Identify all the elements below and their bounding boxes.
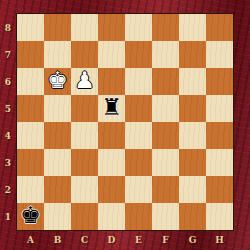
- square-c3[interactable]: [71, 149, 98, 176]
- square-d6[interactable]: [98, 68, 125, 95]
- square-c8[interactable]: [71, 14, 98, 41]
- square-e1[interactable]: [125, 203, 152, 230]
- square-f1[interactable]: [152, 203, 179, 230]
- square-f5[interactable]: [152, 95, 179, 122]
- square-b6[interactable]: ♚: [44, 68, 71, 95]
- square-b7[interactable]: [44, 41, 71, 68]
- square-c2[interactable]: [71, 176, 98, 203]
- black-king[interactable]: ♚: [20, 202, 41, 229]
- square-d3[interactable]: [98, 149, 125, 176]
- square-b4[interactable]: [44, 122, 71, 149]
- square-d5[interactable]: ♜: [98, 95, 125, 122]
- board: ♚♟♜♚: [16, 13, 234, 231]
- square-d7[interactable]: [98, 41, 125, 68]
- file-label-b: B: [44, 231, 71, 249]
- square-g8[interactable]: [179, 14, 206, 41]
- file-label-a: A: [17, 231, 44, 249]
- square-g7[interactable]: [179, 41, 206, 68]
- rank-label-1: 1: [0, 203, 16, 230]
- square-h7[interactable]: [206, 41, 233, 68]
- file-label-h: H: [206, 231, 233, 249]
- square-c6[interactable]: ♟: [71, 68, 98, 95]
- square-e8[interactable]: [125, 14, 152, 41]
- square-g3[interactable]: [179, 149, 206, 176]
- rank-label-3: 3: [0, 149, 16, 176]
- square-c5[interactable]: [71, 95, 98, 122]
- square-d1[interactable]: [98, 203, 125, 230]
- square-c4[interactable]: [71, 122, 98, 149]
- square-a4[interactable]: [17, 122, 44, 149]
- white-king[interactable]: ♚: [47, 67, 68, 94]
- square-e6[interactable]: [125, 68, 152, 95]
- rank-label-6: 6: [0, 68, 16, 95]
- square-b5[interactable]: [44, 95, 71, 122]
- square-d4[interactable]: [98, 122, 125, 149]
- square-f3[interactable]: [152, 149, 179, 176]
- square-e3[interactable]: [125, 149, 152, 176]
- square-e4[interactable]: [125, 122, 152, 149]
- square-a1[interactable]: ♚: [17, 203, 44, 230]
- black-rook[interactable]: ♜: [101, 94, 122, 121]
- chessboard-diagram: 87654321 ABCDEFGH ♚♟♜♚: [0, 0, 250, 250]
- square-e5[interactable]: [125, 95, 152, 122]
- file-label-e: E: [125, 231, 152, 249]
- square-d8[interactable]: [98, 14, 125, 41]
- rank-labels: 87654321: [0, 14, 16, 230]
- square-g4[interactable]: [179, 122, 206, 149]
- square-h2[interactable]: [206, 176, 233, 203]
- square-d2[interactable]: [98, 176, 125, 203]
- square-h1[interactable]: [206, 203, 233, 230]
- square-h4[interactable]: [206, 122, 233, 149]
- square-a5[interactable]: [17, 95, 44, 122]
- rank-label-5: 5: [0, 95, 16, 122]
- square-f6[interactable]: [152, 68, 179, 95]
- square-c1[interactable]: [71, 203, 98, 230]
- square-b2[interactable]: [44, 176, 71, 203]
- square-b3[interactable]: [44, 149, 71, 176]
- square-b1[interactable]: [44, 203, 71, 230]
- file-label-c: C: [71, 231, 98, 249]
- square-f8[interactable]: [152, 14, 179, 41]
- square-g6[interactable]: [179, 68, 206, 95]
- square-g5[interactable]: [179, 95, 206, 122]
- square-h8[interactable]: [206, 14, 233, 41]
- square-a7[interactable]: [17, 41, 44, 68]
- square-a3[interactable]: [17, 149, 44, 176]
- square-c7[interactable]: [71, 41, 98, 68]
- square-e7[interactable]: [125, 41, 152, 68]
- square-h6[interactable]: [206, 68, 233, 95]
- square-a8[interactable]: [17, 14, 44, 41]
- rank-label-2: 2: [0, 176, 16, 203]
- square-a2[interactable]: [17, 176, 44, 203]
- rank-label-7: 7: [0, 41, 16, 68]
- square-f4[interactable]: [152, 122, 179, 149]
- file-label-f: F: [152, 231, 179, 249]
- square-a6[interactable]: [17, 68, 44, 95]
- square-h5[interactable]: [206, 95, 233, 122]
- rank-label-8: 8: [0, 14, 16, 41]
- square-f7[interactable]: [152, 41, 179, 68]
- file-label-d: D: [98, 231, 125, 249]
- rank-label-4: 4: [0, 122, 16, 149]
- square-b8[interactable]: [44, 14, 71, 41]
- square-g1[interactable]: [179, 203, 206, 230]
- square-f2[interactable]: [152, 176, 179, 203]
- white-pawn[interactable]: ♟: [74, 67, 95, 94]
- file-label-g: G: [179, 231, 206, 249]
- square-g2[interactable]: [179, 176, 206, 203]
- square-h3[interactable]: [206, 149, 233, 176]
- file-labels: ABCDEFGH: [17, 231, 233, 249]
- square-e2[interactable]: [125, 176, 152, 203]
